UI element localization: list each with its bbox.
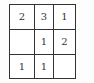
cell-r3c1[interactable]: 1 xyxy=(10,55,35,78)
cell-r2c2[interactable]: 1 xyxy=(35,30,54,55)
puzzle-grid: 2 3 1 1 2 1 1 xyxy=(9,4,76,79)
cell-r2c1[interactable] xyxy=(10,30,35,55)
cell-r1c1[interactable]: 2 xyxy=(10,5,35,30)
cell-r2c3[interactable]: 2 xyxy=(54,30,75,55)
cell-r3c3[interactable] xyxy=(54,55,75,78)
cell-r1c2[interactable]: 3 xyxy=(35,5,54,30)
cell-r1c3[interactable]: 1 xyxy=(54,5,75,30)
cell-r3c2[interactable]: 1 xyxy=(35,55,54,78)
